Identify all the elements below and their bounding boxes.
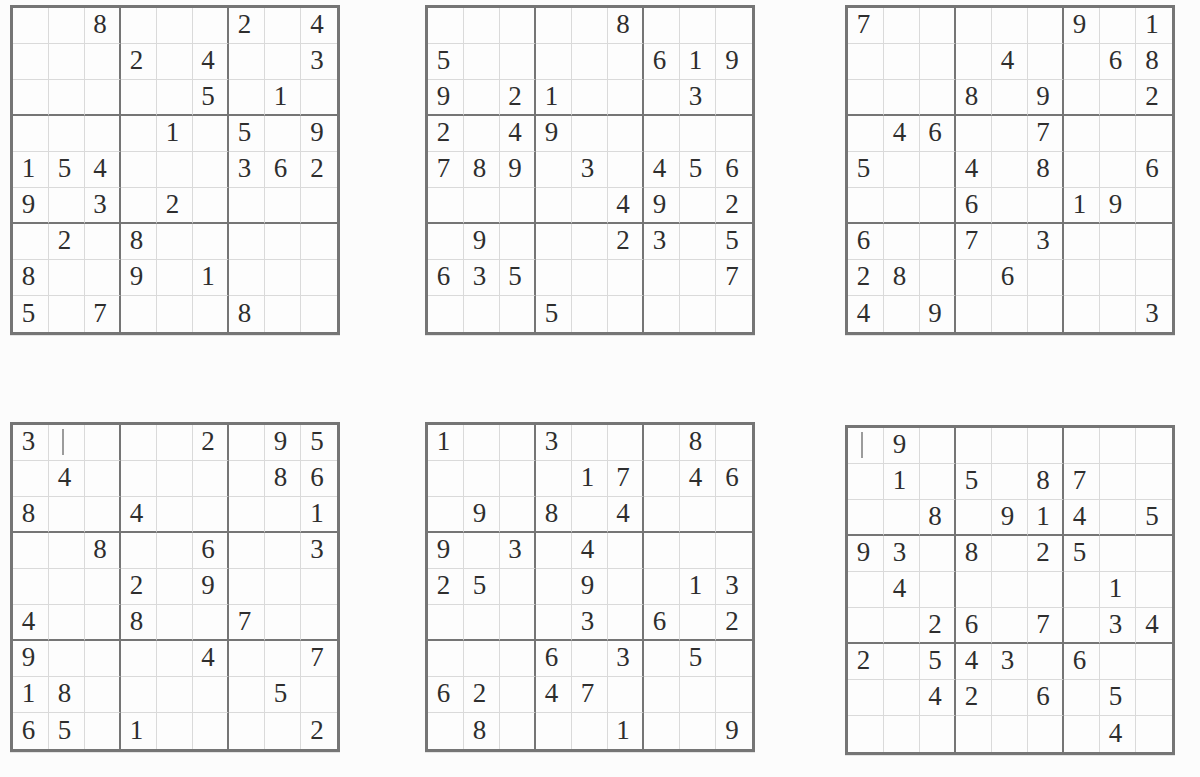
- g1-cell-r3c4[interactable]: [121, 80, 157, 116]
- g2-cell-r8c5[interactable]: [572, 260, 608, 296]
- g5-cell-r8c2[interactable]: 2: [464, 677, 500, 713]
- g4-cell-r3c6[interactable]: [193, 497, 229, 533]
- g3-cell-r6c1[interactable]: [848, 188, 884, 224]
- g5-cell-r6c4[interactable]: [536, 605, 572, 641]
- g2-cell-r7c2[interactable]: 9: [464, 224, 500, 260]
- g2-cell-r4c2[interactable]: [464, 116, 500, 152]
- g2-cell-r1c5[interactable]: [572, 8, 608, 44]
- g5-cell-r4c3[interactable]: 3: [500, 533, 536, 569]
- g5-cell-r1c6[interactable]: [608, 425, 644, 461]
- g2-cell-r6c6[interactable]: 4: [608, 188, 644, 224]
- g4-cell-r8c1[interactable]: 1: [13, 677, 49, 713]
- g4-cell-r6c5[interactable]: [157, 605, 193, 641]
- g2-cell-r5c4[interactable]: [536, 152, 572, 188]
- g4-cell-r7c3[interactable]: [85, 641, 121, 677]
- g4-cell-r7c7[interactable]: [229, 641, 265, 677]
- g2-cell-r8c7[interactable]: [644, 260, 680, 296]
- g5-cell-r8c1[interactable]: 6: [428, 677, 464, 713]
- g3-cell-r5c9[interactable]: 6: [1136, 152, 1172, 188]
- g5-cell-r1c9[interactable]: [716, 425, 752, 461]
- g1-cell-r2c8[interactable]: [265, 44, 301, 80]
- g2-cell-r7c4[interactable]: [536, 224, 572, 260]
- g3-cell-r1c3[interactable]: [920, 8, 956, 44]
- g4-cell-r6c9[interactable]: [301, 605, 337, 641]
- g4-cell-r8c8[interactable]: 5: [265, 677, 301, 713]
- g1-cell-r8c8[interactable]: [265, 260, 301, 296]
- g6-cell-r2c6[interactable]: 8: [1028, 464, 1064, 500]
- g4-cell-r3c5[interactable]: [157, 497, 193, 533]
- g4-cell-r5c9[interactable]: [301, 569, 337, 605]
- g1-cell-r3c1[interactable]: [13, 80, 49, 116]
- g6-cell-r3c7[interactable]: 4: [1064, 500, 1100, 536]
- g2-cell-r4c4[interactable]: 9: [536, 116, 572, 152]
- g4-cell-r7c8[interactable]: [265, 641, 301, 677]
- g6-cell-r3c1[interactable]: [848, 500, 884, 536]
- g5-cell-r4c9[interactable]: [716, 533, 752, 569]
- g4-cell-r3c3[interactable]: [85, 497, 121, 533]
- g6-cell-r7c6[interactable]: [1028, 644, 1064, 680]
- g1-cell-r1c8[interactable]: [265, 8, 301, 44]
- g3-cell-r6c4[interactable]: 6: [956, 188, 992, 224]
- g6-cell-r3c3[interactable]: 8: [920, 500, 956, 536]
- g1-cell-r5c6[interactable]: [193, 152, 229, 188]
- g3-cell-r6c9[interactable]: [1136, 188, 1172, 224]
- g4-cell-r5c8[interactable]: [265, 569, 301, 605]
- g2-cell-r7c9[interactable]: 5: [716, 224, 752, 260]
- g6-cell-r2c4[interactable]: 5: [956, 464, 992, 500]
- g6-cell-r3c6[interactable]: 1: [1028, 500, 1064, 536]
- g2-cell-r3c8[interactable]: 3: [680, 80, 716, 116]
- g1-cell-r7c3[interactable]: [85, 224, 121, 260]
- g6-cell-r4c8[interactable]: [1100, 536, 1136, 572]
- g3-cell-r9c5[interactable]: [992, 296, 1028, 332]
- g3-cell-r3c8[interactable]: [1100, 80, 1136, 116]
- g6-cell-r4c6[interactable]: 2: [1028, 536, 1064, 572]
- g3-cell-r3c9[interactable]: 2: [1136, 80, 1172, 116]
- g6-cell-r3c5[interactable]: 9: [992, 500, 1028, 536]
- g5-cell-r7c2[interactable]: [464, 641, 500, 677]
- g1-cell-r8c9[interactable]: [301, 260, 337, 296]
- g5-cell-r5c6[interactable]: [608, 569, 644, 605]
- g3-cell-r6c3[interactable]: [920, 188, 956, 224]
- g6-cell-r3c8[interactable]: [1100, 500, 1136, 536]
- g5-cell-r7c7[interactable]: [644, 641, 680, 677]
- g2-cell-r9c7[interactable]: [644, 296, 680, 332]
- g5-cell-r1c2[interactable]: [464, 425, 500, 461]
- g1-cell-r2c1[interactable]: [13, 44, 49, 80]
- g6-cell-r4c4[interactable]: 8: [956, 536, 992, 572]
- g5-cell-r3c7[interactable]: [644, 497, 680, 533]
- g1-cell-r6c3[interactable]: 3: [85, 188, 121, 224]
- g5-cell-r9c8[interactable]: [680, 713, 716, 749]
- g6-cell-r7c8[interactable]: [1100, 644, 1136, 680]
- g3-cell-r7c4[interactable]: 7: [956, 224, 992, 260]
- g2-cell-r7c1[interactable]: [428, 224, 464, 260]
- g2-cell-r8c8[interactable]: [680, 260, 716, 296]
- g1-cell-r2c6[interactable]: 4: [193, 44, 229, 80]
- g5-cell-r3c8[interactable]: [680, 497, 716, 533]
- g3-cell-r3c2[interactable]: [884, 80, 920, 116]
- g6-cell-r1c6[interactable]: [1028, 428, 1064, 464]
- g3-cell-r4c6[interactable]: 7: [1028, 116, 1064, 152]
- g4-cell-r8c5[interactable]: [157, 677, 193, 713]
- g4-cell-r7c4[interactable]: [121, 641, 157, 677]
- g4-cell-r2c4[interactable]: [121, 461, 157, 497]
- g6-cell-r9c7[interactable]: [1064, 716, 1100, 752]
- g4-cell-r9c6[interactable]: [193, 713, 229, 749]
- g3-cell-r2c3[interactable]: [920, 44, 956, 80]
- g4-cell-r2c2[interactable]: 4: [49, 461, 85, 497]
- g4-cell-r6c3[interactable]: [85, 605, 121, 641]
- g3-cell-r9c9[interactable]: 3: [1136, 296, 1172, 332]
- g2-cell-r3c5[interactable]: [572, 80, 608, 116]
- g6-cell-r7c5[interactable]: 3: [992, 644, 1028, 680]
- g4-cell-r5c3[interactable]: [85, 569, 121, 605]
- g2-cell-r7c6[interactable]: 2: [608, 224, 644, 260]
- g4-cell-r5c6[interactable]: 9: [193, 569, 229, 605]
- g5-cell-r9c3[interactable]: [500, 713, 536, 749]
- g5-cell-r3c5[interactable]: [572, 497, 608, 533]
- g2-cell-r1c2[interactable]: [464, 8, 500, 44]
- g1-cell-r5c8[interactable]: 6: [265, 152, 301, 188]
- g2-cell-r9c2[interactable]: [464, 296, 500, 332]
- g1-cell-r5c3[interactable]: 4: [85, 152, 121, 188]
- g2-cell-r3c3[interactable]: 2: [500, 80, 536, 116]
- g6-cell-r7c9[interactable]: [1136, 644, 1172, 680]
- g1-cell-r2c4[interactable]: 2: [121, 44, 157, 80]
- g1-cell-r8c5[interactable]: [157, 260, 193, 296]
- g5-cell-r3c9[interactable]: [716, 497, 752, 533]
- g1-cell-r1c4[interactable]: [121, 8, 157, 44]
- g4-cell-r7c1[interactable]: 9: [13, 641, 49, 677]
- g6-cell-r9c6[interactable]: [1028, 716, 1064, 752]
- g2-cell-r1c9[interactable]: [716, 8, 752, 44]
- g6-cell-r2c8[interactable]: [1100, 464, 1136, 500]
- g6-cell-r9c3[interactable]: [920, 716, 956, 752]
- g5-cell-r2c6[interactable]: 7: [608, 461, 644, 497]
- g3-cell-r8c4[interactable]: [956, 260, 992, 296]
- g1-cell-r5c5[interactable]: [157, 152, 193, 188]
- g2-cell-r5c2[interactable]: 8: [464, 152, 500, 188]
- g1-cell-r4c1[interactable]: [13, 116, 49, 152]
- g6-cell-r8c6[interactable]: 6: [1028, 680, 1064, 716]
- g5-cell-r4c8[interactable]: [680, 533, 716, 569]
- g2-cell-r9c1[interactable]: [428, 296, 464, 332]
- g4-cell-r3c8[interactable]: [265, 497, 301, 533]
- g4-cell-r2c7[interactable]: [229, 461, 265, 497]
- g3-cell-r2c9[interactable]: 8: [1136, 44, 1172, 80]
- g5-cell-r8c4[interactable]: 4: [536, 677, 572, 713]
- g4-cell-r1c7[interactable]: [229, 425, 265, 461]
- g6-cell-r7c3[interactable]: 5: [920, 644, 956, 680]
- g1-cell-r9c5[interactable]: [157, 296, 193, 332]
- g1-cell-r8c4[interactable]: 9: [121, 260, 157, 296]
- g1-cell-r5c1[interactable]: 1: [13, 152, 49, 188]
- g6-cell-r5c7[interactable]: [1064, 572, 1100, 608]
- g5-cell-r1c4[interactable]: 3: [536, 425, 572, 461]
- g3-cell-r3c7[interactable]: [1064, 80, 1100, 116]
- g6-cell-r9c4[interactable]: [956, 716, 992, 752]
- g6-cell-r8c5[interactable]: [992, 680, 1028, 716]
- g4-cell-r8c4[interactable]: [121, 677, 157, 713]
- g5-cell-r6c6[interactable]: [608, 605, 644, 641]
- g2-cell-r3c1[interactable]: 9: [428, 80, 464, 116]
- g5-cell-r2c1[interactable]: [428, 461, 464, 497]
- g1-cell-r2c2[interactable]: [49, 44, 85, 80]
- g5-cell-r4c7[interactable]: [644, 533, 680, 569]
- g4-cell-r1c5[interactable]: [157, 425, 193, 461]
- g6-cell-r5c8[interactable]: 1: [1100, 572, 1136, 608]
- g3-cell-r4c9[interactable]: [1136, 116, 1172, 152]
- g2-cell-r2c8[interactable]: 1: [680, 44, 716, 80]
- g3-cell-r4c1[interactable]: [848, 116, 884, 152]
- g2-cell-r3c4[interactable]: 1: [536, 80, 572, 116]
- g2-cell-r9c8[interactable]: [680, 296, 716, 332]
- g6-cell-r5c4[interactable]: [956, 572, 992, 608]
- g4-cell-r9c9[interactable]: 2: [301, 713, 337, 749]
- g1-cell-r1c3[interactable]: 8: [85, 8, 121, 44]
- g2-cell-r5c5[interactable]: 3: [572, 152, 608, 188]
- g6-cell-r1c9[interactable]: [1136, 428, 1172, 464]
- g4-cell-r9c4[interactable]: 1: [121, 713, 157, 749]
- g2-cell-r6c3[interactable]: [500, 188, 536, 224]
- g4-cell-r9c5[interactable]: [157, 713, 193, 749]
- g1-cell-r4c9[interactable]: 9: [301, 116, 337, 152]
- g4-cell-r1c8[interactable]: 9: [265, 425, 301, 461]
- g3-cell-r1c2[interactable]: [884, 8, 920, 44]
- g6-cell-r7c4[interactable]: 4: [956, 644, 992, 680]
- g2-cell-r8c4[interactable]: [536, 260, 572, 296]
- g5-cell-r3c4[interactable]: 8: [536, 497, 572, 533]
- g3-cell-r9c6[interactable]: [1028, 296, 1064, 332]
- g4-cell-r6c6[interactable]: [193, 605, 229, 641]
- g5-cell-r6c5[interactable]: 3: [572, 605, 608, 641]
- g4-cell-r1c9[interactable]: 5: [301, 425, 337, 461]
- g4-cell-r5c4[interactable]: 2: [121, 569, 157, 605]
- g5-cell-r8c6[interactable]: [608, 677, 644, 713]
- g5-cell-r1c1[interactable]: 1: [428, 425, 464, 461]
- g5-cell-r4c4[interactable]: [536, 533, 572, 569]
- g1-cell-r3c2[interactable]: [49, 80, 85, 116]
- g6-cell-r8c7[interactable]: [1064, 680, 1100, 716]
- g6-cell-r6c2[interactable]: [884, 608, 920, 644]
- g6-cell-r1c1[interactable]: [848, 428, 884, 464]
- g3-cell-r8c1[interactable]: 2: [848, 260, 884, 296]
- g6-cell-r1c5[interactable]: [992, 428, 1028, 464]
- g3-cell-r1c4[interactable]: [956, 8, 992, 44]
- g5-cell-r5c2[interactable]: 5: [464, 569, 500, 605]
- g5-cell-r5c3[interactable]: [500, 569, 536, 605]
- g6-cell-r6c8[interactable]: 3: [1100, 608, 1136, 644]
- g6-cell-r5c5[interactable]: [992, 572, 1028, 608]
- g4-cell-r6c4[interactable]: 8: [121, 605, 157, 641]
- g1-cell-r2c9[interactable]: 3: [301, 44, 337, 80]
- g5-cell-r6c2[interactable]: [464, 605, 500, 641]
- g1-cell-r1c6[interactable]: [193, 8, 229, 44]
- g1-cell-r6c6[interactable]: [193, 188, 229, 224]
- g4-cell-r4c3[interactable]: 8: [85, 533, 121, 569]
- g1-cell-r2c3[interactable]: [85, 44, 121, 80]
- g5-cell-r9c9[interactable]: 9: [716, 713, 752, 749]
- g5-cell-r1c5[interactable]: [572, 425, 608, 461]
- g4-cell-r2c8[interactable]: 8: [265, 461, 301, 497]
- g3-cell-r5c3[interactable]: [920, 152, 956, 188]
- g5-cell-r4c2[interactable]: [464, 533, 500, 569]
- g1-cell-r3c8[interactable]: 1: [265, 80, 301, 116]
- g5-cell-r2c5[interactable]: 1: [572, 461, 608, 497]
- g3-cell-r9c3[interactable]: 9: [920, 296, 956, 332]
- g2-cell-r4c6[interactable]: [608, 116, 644, 152]
- g5-cell-r5c9[interactable]: 3: [716, 569, 752, 605]
- g6-cell-r4c1[interactable]: 9: [848, 536, 884, 572]
- g1-cell-r7c4[interactable]: 8: [121, 224, 157, 260]
- g3-cell-r2c2[interactable]: [884, 44, 920, 80]
- g2-cell-r5c7[interactable]: 4: [644, 152, 680, 188]
- g6-cell-r1c8[interactable]: [1100, 428, 1136, 464]
- g1-cell-r9c8[interactable]: [265, 296, 301, 332]
- g1-cell-r1c1[interactable]: [13, 8, 49, 44]
- g2-cell-r5c6[interactable]: [608, 152, 644, 188]
- g4-cell-r4c2[interactable]: [49, 533, 85, 569]
- g2-cell-r8c1[interactable]: 6: [428, 260, 464, 296]
- g5-cell-r4c1[interactable]: 9: [428, 533, 464, 569]
- g5-cell-r5c5[interactable]: 9: [572, 569, 608, 605]
- g5-cell-r2c7[interactable]: [644, 461, 680, 497]
- g6-cell-r1c4[interactable]: [956, 428, 992, 464]
- g4-cell-r1c1[interactable]: 3: [13, 425, 49, 461]
- g2-cell-r1c4[interactable]: [536, 8, 572, 44]
- g1-cell-r8c2[interactable]: [49, 260, 85, 296]
- g3-cell-r7c6[interactable]: 3: [1028, 224, 1064, 260]
- g3-cell-r1c9[interactable]: 1: [1136, 8, 1172, 44]
- g1-cell-r7c7[interactable]: [229, 224, 265, 260]
- g3-cell-r5c8[interactable]: [1100, 152, 1136, 188]
- g6-cell-r8c8[interactable]: 5: [1100, 680, 1136, 716]
- g1-cell-r6c2[interactable]: [49, 188, 85, 224]
- g1-cell-r1c5[interactable]: [157, 8, 193, 44]
- g4-cell-r9c2[interactable]: 5: [49, 713, 85, 749]
- g2-cell-r3c7[interactable]: [644, 80, 680, 116]
- g5-cell-r1c7[interactable]: [644, 425, 680, 461]
- g4-cell-r7c2[interactable]: [49, 641, 85, 677]
- g2-cell-r2c9[interactable]: 9: [716, 44, 752, 80]
- g4-cell-r3c9[interactable]: 1: [301, 497, 337, 533]
- g3-cell-r1c1[interactable]: 7: [848, 8, 884, 44]
- g1-cell-r7c5[interactable]: [157, 224, 193, 260]
- g5-cell-r8c8[interactable]: [680, 677, 716, 713]
- g1-cell-r4c6[interactable]: [193, 116, 229, 152]
- g4-cell-r1c6[interactable]: 2: [193, 425, 229, 461]
- g4-cell-r5c1[interactable]: [13, 569, 49, 605]
- g5-cell-r8c9[interactable]: [716, 677, 752, 713]
- g3-cell-r6c5[interactable]: [992, 188, 1028, 224]
- g5-cell-r8c5[interactable]: 7: [572, 677, 608, 713]
- g3-cell-r5c5[interactable]: [992, 152, 1028, 188]
- g3-cell-r3c4[interactable]: 8: [956, 80, 992, 116]
- g5-cell-r5c7[interactable]: [644, 569, 680, 605]
- g4-cell-r8c2[interactable]: 8: [49, 677, 85, 713]
- g2-cell-r2c7[interactable]: 6: [644, 44, 680, 80]
- g2-cell-r5c8[interactable]: 5: [680, 152, 716, 188]
- g5-cell-r9c1[interactable]: [428, 713, 464, 749]
- g2-cell-r1c7[interactable]: [644, 8, 680, 44]
- g2-cell-r6c1[interactable]: [428, 188, 464, 224]
- g6-cell-r2c5[interactable]: [992, 464, 1028, 500]
- g4-cell-r1c3[interactable]: [85, 425, 121, 461]
- g6-cell-r9c5[interactable]: [992, 716, 1028, 752]
- g2-cell-r6c5[interactable]: [572, 188, 608, 224]
- g3-cell-r1c5[interactable]: [992, 8, 1028, 44]
- g2-cell-r5c1[interactable]: 7: [428, 152, 464, 188]
- g5-cell-r1c8[interactable]: 8: [680, 425, 716, 461]
- g6-cell-r6c9[interactable]: 4: [1136, 608, 1172, 644]
- g5-cell-r6c3[interactable]: [500, 605, 536, 641]
- g6-cell-r9c8[interactable]: 4: [1100, 716, 1136, 752]
- g3-cell-r6c2[interactable]: [884, 188, 920, 224]
- g2-cell-r7c5[interactable]: [572, 224, 608, 260]
- g4-cell-r4c5[interactable]: [157, 533, 193, 569]
- g3-cell-r5c4[interactable]: 4: [956, 152, 992, 188]
- g5-cell-r2c2[interactable]: [464, 461, 500, 497]
- g3-cell-r2c6[interactable]: [1028, 44, 1064, 80]
- g3-cell-r4c7[interactable]: [1064, 116, 1100, 152]
- g1-cell-r6c7[interactable]: [229, 188, 265, 224]
- g1-cell-r6c4[interactable]: [121, 188, 157, 224]
- g6-cell-r4c9[interactable]: [1136, 536, 1172, 572]
- g2-cell-r8c9[interactable]: 7: [716, 260, 752, 296]
- g4-cell-r8c6[interactable]: [193, 677, 229, 713]
- g2-cell-r1c1[interactable]: [428, 8, 464, 44]
- g4-cell-r8c9[interactable]: [301, 677, 337, 713]
- g6-cell-r8c4[interactable]: 2: [956, 680, 992, 716]
- g5-cell-r7c5[interactable]: [572, 641, 608, 677]
- g3-cell-r4c4[interactable]: [956, 116, 992, 152]
- g5-cell-r3c6[interactable]: 4: [608, 497, 644, 533]
- g5-cell-r2c3[interactable]: [500, 461, 536, 497]
- g6-cell-r5c1[interactable]: [848, 572, 884, 608]
- g2-cell-r2c4[interactable]: [536, 44, 572, 80]
- g4-cell-r6c7[interactable]: 7: [229, 605, 265, 641]
- g5-cell-r1c3[interactable]: [500, 425, 536, 461]
- g3-cell-r8c6[interactable]: [1028, 260, 1064, 296]
- g6-cell-r3c2[interactable]: [884, 500, 920, 536]
- g6-cell-r6c3[interactable]: 2: [920, 608, 956, 644]
- g6-cell-r6c7[interactable]: [1064, 608, 1100, 644]
- g2-cell-r3c9[interactable]: [716, 80, 752, 116]
- g4-cell-r6c2[interactable]: [49, 605, 85, 641]
- g4-cell-r5c7[interactable]: [229, 569, 265, 605]
- g3-cell-r2c7[interactable]: [1064, 44, 1100, 80]
- g1-cell-r4c2[interactable]: [49, 116, 85, 152]
- g5-cell-r5c4[interactable]: [536, 569, 572, 605]
- g5-cell-r6c9[interactable]: 2: [716, 605, 752, 641]
- g4-cell-r8c7[interactable]: [229, 677, 265, 713]
- g2-cell-r9c5[interactable]: [572, 296, 608, 332]
- g1-cell-r4c4[interactable]: [121, 116, 157, 152]
- g1-cell-r8c1[interactable]: 8: [13, 260, 49, 296]
- g5-cell-r7c6[interactable]: 3: [608, 641, 644, 677]
- g5-cell-r6c1[interactable]: [428, 605, 464, 641]
- g1-cell-r6c8[interactable]: [265, 188, 301, 224]
- g4-cell-r4c9[interactable]: 3: [301, 533, 337, 569]
- g6-cell-r9c2[interactable]: [884, 716, 920, 752]
- g1-cell-r2c7[interactable]: [229, 44, 265, 80]
- g6-cell-r4c2[interactable]: 3: [884, 536, 920, 572]
- g2-cell-r2c6[interactable]: [608, 44, 644, 80]
- g3-cell-r5c1[interactable]: 5: [848, 152, 884, 188]
- g3-cell-r2c4[interactable]: [956, 44, 992, 80]
- g1-cell-r1c9[interactable]: 4: [301, 8, 337, 44]
